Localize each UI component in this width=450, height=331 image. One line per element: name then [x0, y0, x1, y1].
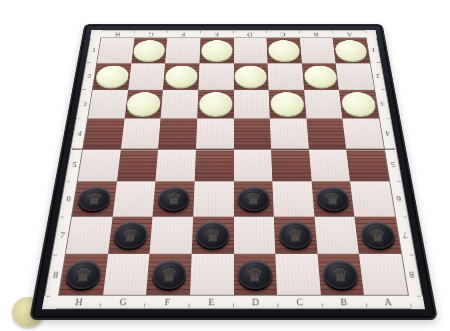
square-F3[interactable] — [161, 90, 199, 118]
coordinate-label: B — [321, 295, 366, 308]
coordinate-label-text: H — [114, 31, 120, 37]
coordinate-label-text: F — [182, 31, 186, 37]
coordinate-label-text: 8 — [408, 270, 414, 280]
crown-icon: ♛ — [287, 227, 305, 244]
white-piece-C3[interactable] — [270, 92, 304, 115]
coordinate-label-text: 4 — [77, 130, 82, 138]
square-B3[interactable] — [304, 90, 343, 118]
square-A4[interactable] — [343, 118, 384, 148]
square-A3[interactable] — [339, 90, 379, 118]
square-G6[interactable] — [112, 181, 155, 216]
black-piece-A7[interactable]: ♛ — [359, 222, 396, 249]
square-H2[interactable] — [93, 63, 131, 90]
black-piece-C7[interactable]: ♛ — [278, 222, 313, 249]
square-H3[interactable] — [88, 90, 128, 118]
white-piece-H2[interactable] — [94, 66, 129, 88]
coordinate-label-text: 7 — [59, 231, 65, 240]
square-F6[interactable]: ♛ — [153, 181, 195, 216]
square-H7[interactable] — [66, 216, 113, 254]
square-A5[interactable] — [346, 149, 389, 182]
black-piece-H8[interactable]: ♛ — [64, 260, 102, 289]
crown-icon: ♛ — [160, 265, 178, 283]
square-A1[interactable] — [333, 38, 370, 63]
square-F2[interactable] — [163, 63, 199, 90]
board-surface: HGFEDCBA HGFEDCBA 12345678 12345678 ♛♛♛♛… — [42, 30, 425, 309]
square-H8[interactable]: ♛ — [59, 254, 108, 295]
square-D2[interactable] — [234, 63, 269, 90]
square-F1[interactable] — [165, 38, 200, 63]
square-B5[interactable] — [309, 149, 351, 182]
black-piece-G7[interactable]: ♛ — [113, 222, 149, 249]
coordinate-label-text: 5 — [390, 161, 396, 169]
square-C1[interactable] — [267, 38, 302, 63]
square-H1[interactable] — [97, 38, 134, 63]
square-C3[interactable] — [269, 90, 307, 118]
square-A7[interactable]: ♛ — [355, 216, 402, 254]
coordinate-label-text: 1 — [371, 47, 376, 53]
square-C7[interactable]: ♛ — [274, 216, 317, 254]
square-G5[interactable] — [117, 149, 159, 182]
white-piece-D2[interactable] — [235, 66, 267, 88]
crown-icon: ♛ — [368, 227, 387, 244]
white-piece-F2[interactable] — [165, 66, 198, 88]
coordinate-label-text: 8 — [52, 270, 58, 280]
black-piece-F6[interactable]: ♛ — [157, 186, 190, 211]
square-A6[interactable] — [350, 181, 395, 216]
coordinate-label-text: G — [119, 296, 127, 307]
square-A8[interactable] — [359, 254, 408, 295]
square-C6[interactable] — [272, 181, 314, 216]
board-grid: ♛♛♛♛♛♛♛♛♛♛♛♛ — [58, 38, 409, 296]
coordinate-label: D — [234, 295, 278, 308]
coordinate-label: G — [100, 295, 145, 308]
coordinate-label-text: B — [314, 31, 320, 37]
coordinate-label-text: 7 — [402, 231, 408, 240]
square-G4[interactable] — [121, 118, 161, 148]
coordinate-label-text: B — [340, 296, 348, 307]
white-piece-B2[interactable] — [303, 66, 337, 88]
crown-icon: ♛ — [121, 227, 139, 244]
black-piece-H6[interactable]: ♛ — [77, 186, 112, 211]
coordinate-label: F — [145, 295, 190, 308]
coordinate-label-text: A — [384, 296, 393, 307]
fold-seam — [72, 148, 395, 149]
crown-icon: ♛ — [204, 227, 221, 244]
square-B8[interactable]: ♛ — [317, 254, 364, 295]
black-piece-E7[interactable]: ♛ — [196, 222, 229, 249]
square-B1[interactable] — [300, 38, 336, 63]
square-B2[interactable] — [302, 63, 339, 90]
square-C8[interactable] — [275, 254, 320, 295]
white-piece-G1[interactable] — [133, 40, 166, 61]
coordinate-label-text: A — [346, 31, 352, 37]
crown-icon: ♛ — [245, 191, 261, 207]
square-H5[interactable] — [78, 149, 121, 182]
square-E2[interactable] — [198, 63, 233, 90]
white-piece-C1[interactable] — [268, 40, 300, 61]
square-E8[interactable] — [190, 254, 234, 295]
crown-icon: ♛ — [246, 265, 264, 283]
coordinate-label-text: 3 — [380, 100, 385, 107]
square-E5[interactable] — [195, 149, 234, 182]
coordinate-label: E — [189, 295, 233, 308]
white-piece-A1[interactable] — [334, 40, 368, 61]
crown-icon: ♛ — [86, 191, 104, 207]
square-F4[interactable] — [158, 118, 197, 148]
square-D1[interactable] — [234, 38, 268, 63]
coordinate-label-text: 2 — [375, 73, 380, 80]
coordinate-label-text: 6 — [395, 195, 401, 204]
square-C2[interactable] — [268, 63, 304, 90]
square-D3[interactable] — [234, 90, 270, 118]
square-D4[interactable] — [234, 118, 272, 148]
black-piece-B8[interactable]: ♛ — [322, 260, 359, 289]
square-H6[interactable]: ♛ — [72, 181, 117, 216]
white-piece-E1[interactable] — [201, 40, 232, 61]
file-labels-bottom: HGFEDCBA — [56, 295, 411, 309]
square-F8[interactable]: ♛ — [146, 254, 191, 295]
square-E4[interactable] — [196, 118, 234, 148]
coordinate-label-text: D — [252, 296, 259, 307]
square-G3[interactable] — [124, 90, 163, 118]
crown-icon: ♛ — [74, 265, 94, 283]
board-perspective-wrapper: HGFEDCBA HGFEDCBA 12345678 12345678 ♛♛♛♛… — [29, 24, 438, 320]
square-B6[interactable]: ♛ — [311, 181, 354, 216]
white-piece-G3[interactable] — [126, 92, 161, 115]
square-C4[interactable] — [270, 118, 309, 148]
square-E6[interactable] — [193, 181, 233, 216]
square-E3[interactable] — [197, 90, 233, 118]
square-B7[interactable] — [314, 216, 359, 254]
coordinate-label-text: F — [164, 296, 170, 307]
coordinate-label-text: 6 — [66, 195, 72, 204]
square-D8[interactable]: ♛ — [234, 254, 278, 295]
white-piece-E3[interactable] — [199, 92, 232, 115]
square-E7[interactable]: ♛ — [192, 216, 234, 254]
square-A2[interactable] — [336, 63, 374, 90]
coordinate-label-text: 1 — [92, 47, 97, 53]
coordinate-label-text: 5 — [72, 161, 78, 169]
black-piece-B6[interactable]: ♛ — [316, 186, 350, 211]
crown-icon: ♛ — [165, 191, 182, 207]
coordinate-label-text: G — [148, 31, 154, 37]
square-D7[interactable] — [234, 216, 276, 254]
coordinate-label-text: E — [215, 31, 220, 37]
square-F7[interactable] — [150, 216, 193, 254]
coordinate-label: H — [56, 295, 102, 308]
coordinate-label-text: E — [208, 296, 214, 307]
black-piece-D8[interactable]: ♛ — [238, 260, 273, 289]
black-piece-D6[interactable]: ♛ — [237, 186, 269, 211]
square-G8[interactable] — [103, 254, 150, 295]
square-G7[interactable]: ♛ — [108, 216, 153, 254]
board-frame: HGFEDCBA HGFEDCBA 12345678 12345678 ♛♛♛♛… — [29, 24, 438, 320]
square-B4[interactable] — [306, 118, 346, 148]
black-piece-F8[interactable]: ♛ — [151, 260, 187, 289]
white-piece-A3[interactable] — [341, 92, 377, 115]
square-C5[interactable] — [271, 149, 311, 182]
coordinate-label-text: H — [75, 296, 84, 307]
square-G2[interactable] — [128, 63, 165, 90]
crown-icon: ♛ — [331, 265, 350, 283]
square-D6[interactable]: ♛ — [234, 181, 274, 216]
coordinate-label-text: 2 — [87, 73, 92, 80]
square-G1[interactable] — [131, 38, 167, 63]
square-D5[interactable] — [234, 149, 273, 182]
photo-scene: HGFEDCBA HGFEDCBA 12345678 12345678 ♛♛♛♛… — [0, 0, 450, 331]
square-F5[interactable] — [156, 149, 196, 182]
coordinate-label-text: C — [281, 31, 286, 37]
crown-icon: ♛ — [324, 191, 342, 207]
coordinate-label-text: C — [296, 296, 303, 307]
coordinate-label-text: 3 — [82, 100, 87, 107]
coordinate-label-text: 4 — [385, 130, 390, 138]
square-E1[interactable] — [199, 38, 233, 63]
coordinate-label: A — [365, 295, 411, 308]
coordinate-label-text: D — [247, 31, 252, 37]
square-H4[interactable] — [83, 118, 124, 148]
coordinate-label: C — [277, 295, 322, 308]
